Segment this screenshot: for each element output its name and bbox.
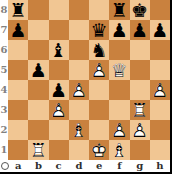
piece-fill: ♜ [8, 0, 28, 20]
square-e6[interactable]: ♞ [89, 40, 109, 60]
piece-outline: ♖ [28, 140, 48, 160]
file-labels: abcdefgh [0, 160, 170, 172]
square-h3[interactable] [150, 100, 170, 120]
piece-fill: ♟ [49, 80, 69, 100]
piece-white-pawn[interactable]: ♟♙ [130, 120, 150, 140]
square-h7[interactable]: ♟ [150, 20, 170, 40]
square-f8[interactable]: ♜ [109, 0, 129, 20]
square-a5[interactable] [8, 60, 28, 80]
square-c7[interactable] [49, 20, 69, 40]
square-d3[interactable] [69, 100, 89, 120]
piece-outline: ♗ [109, 140, 129, 160]
file-label-b: b [28, 161, 48, 171]
piece-outline: ♔ [89, 140, 109, 160]
square-f5[interactable]: ♛♕ [109, 60, 129, 80]
square-h6[interactable] [150, 40, 170, 60]
piece-white-pawn[interactable]: ♟♙ [109, 120, 129, 140]
square-a3[interactable] [8, 100, 28, 120]
piece-outline: ♙ [150, 80, 170, 100]
piece-black-rook[interactable]: ♜ [8, 0, 28, 20]
square-d5[interactable] [69, 60, 89, 80]
piece-white-pawn[interactable]: ♟♙ [69, 80, 89, 100]
square-c1[interactable] [49, 140, 69, 160]
piece-white-pawn[interactable]: ♟♙ [89, 60, 109, 80]
piece-black-rook[interactable]: ♜ [109, 0, 129, 20]
square-h4[interactable]: ♟♙ [150, 80, 170, 100]
piece-black-queen[interactable]: ♛ [89, 20, 109, 40]
square-d8[interactable] [69, 0, 89, 20]
square-g8[interactable]: ♚ [130, 0, 150, 20]
square-h1[interactable] [150, 140, 170, 160]
piece-fill: ♟ [8, 20, 28, 40]
square-h8[interactable] [150, 0, 170, 20]
square-f6[interactable] [109, 40, 129, 60]
piece-black-knight[interactable]: ♞ [89, 40, 109, 60]
piece-black-king[interactable]: ♚ [130, 0, 150, 20]
piece-outline: ♙ [69, 80, 89, 100]
square-f2[interactable]: ♟♙ [109, 120, 129, 140]
piece-outline: ♙ [89, 60, 109, 80]
square-d4[interactable]: ♟♙ [69, 80, 89, 100]
piece-fill: ♟ [150, 20, 170, 40]
square-a1[interactable] [8, 140, 28, 160]
piece-outline: ♙ [109, 120, 129, 140]
square-e5[interactable]: ♟♙ [89, 60, 109, 80]
square-c6[interactable]: ♝ [49, 40, 69, 60]
chess-board: ♜♜♚♟♛♟♟♟♝♞♟♟♙♛♕♟♟♙♟♙♟♙♜♖♝♗♟♙♟♙♜♖♚♔♝♗ [8, 0, 170, 160]
rank-labels: 87654321 [0, 0, 8, 160]
piece-outline: ♖ [130, 100, 150, 120]
square-b3[interactable] [28, 100, 48, 120]
rank-label-5: 5 [0, 60, 8, 80]
piece-white-queen[interactable]: ♛♕ [109, 60, 129, 80]
piece-black-pawn[interactable]: ♟ [150, 20, 170, 40]
piece-fill: ♚ [130, 0, 150, 20]
square-g7[interactable]: ♟ [130, 20, 150, 40]
piece-fill: ♞ [89, 40, 109, 60]
piece-white-pawn[interactable]: ♟♙ [150, 80, 170, 100]
file-label-d: d [69, 161, 89, 171]
square-e3[interactable] [89, 100, 109, 120]
piece-black-bishop[interactable]: ♝ [49, 40, 69, 60]
file-label-h: h [150, 161, 170, 171]
square-a6[interactable] [8, 40, 28, 60]
rank-label-8: 8 [0, 0, 8, 20]
piece-black-pawn[interactable]: ♟ [130, 20, 150, 40]
square-c4[interactable]: ♟ [49, 80, 69, 100]
piece-white-bishop[interactable]: ♝♗ [69, 120, 89, 140]
piece-white-rook[interactable]: ♜♖ [130, 100, 150, 120]
square-c3[interactable]: ♟♙ [49, 100, 69, 120]
piece-white-bishop[interactable]: ♝♗ [109, 140, 129, 160]
square-e2[interactable] [89, 120, 109, 140]
rank-label-3: 3 [0, 100, 8, 120]
square-f4[interactable] [109, 80, 129, 100]
piece-fill: ♟ [28, 60, 48, 80]
square-h5[interactable] [150, 60, 170, 80]
piece-fill: ♝ [49, 40, 69, 60]
square-c2[interactable] [49, 120, 69, 140]
piece-white-king[interactable]: ♚♔ [89, 140, 109, 160]
rank-label-6: 6 [0, 40, 8, 60]
piece-black-pawn[interactable]: ♟ [49, 80, 69, 100]
square-a7[interactable]: ♟ [8, 20, 28, 40]
piece-fill: ♟ [109, 20, 129, 40]
square-c5[interactable] [49, 60, 69, 80]
file-label-a: a [8, 161, 28, 171]
square-e4[interactable] [89, 80, 109, 100]
square-g4[interactable] [130, 80, 150, 100]
square-f3[interactable] [109, 100, 129, 120]
square-h2[interactable] [150, 120, 170, 140]
piece-white-pawn[interactable]: ♟♙ [49, 100, 69, 120]
square-e1[interactable]: ♚♔ [89, 140, 109, 160]
square-d7[interactable] [69, 20, 89, 40]
square-g2[interactable]: ♟♙ [130, 120, 150, 140]
square-d6[interactable] [69, 40, 89, 60]
square-b7[interactable] [28, 20, 48, 40]
rank-label-7: 7 [0, 20, 8, 40]
square-d2[interactable]: ♝♗ [69, 120, 89, 140]
piece-fill: ♟ [130, 20, 150, 40]
chess-diagram: 87654321 ♜♜♚♟♛♟♟♟♝♞♟♟♙♛♕♟♟♙♟♙♟♙♜♖♝♗♟♙♟♙♜… [0, 0, 172, 174]
square-b1[interactable]: ♜♖ [28, 140, 48, 160]
piece-black-pawn[interactable]: ♟ [8, 20, 28, 40]
square-e8[interactable] [89, 0, 109, 20]
square-b8[interactable] [28, 0, 48, 20]
square-b5[interactable]: ♟ [28, 60, 48, 80]
square-g1[interactable] [130, 140, 150, 160]
square-e7[interactable]: ♛ [89, 20, 109, 40]
square-a2[interactable] [8, 120, 28, 140]
file-label-c: c [49, 161, 69, 171]
piece-black-pawn[interactable]: ♟ [109, 20, 129, 40]
file-label-g: g [130, 161, 150, 171]
square-f1[interactable]: ♝♗ [109, 140, 129, 160]
rank-label-2: 2 [0, 120, 8, 140]
piece-outline: ♕ [109, 60, 129, 80]
square-c8[interactable] [49, 0, 69, 20]
piece-black-pawn[interactable]: ♟ [28, 60, 48, 80]
file-label-f: f [109, 161, 129, 171]
rank-label-4: 4 [0, 80, 8, 100]
square-a4[interactable] [8, 80, 28, 100]
piece-outline: ♗ [69, 120, 89, 140]
rank-label-1: 1 [0, 140, 8, 160]
square-g5[interactable] [130, 60, 150, 80]
square-g6[interactable] [130, 40, 150, 60]
file-label-e: e [89, 161, 109, 171]
square-b4[interactable] [28, 80, 48, 100]
piece-outline: ♙ [130, 120, 150, 140]
piece-outline: ♙ [49, 100, 69, 120]
square-d1[interactable] [69, 140, 89, 160]
square-b6[interactable] [28, 40, 48, 60]
piece-fill: ♛ [89, 20, 109, 40]
square-f7[interactable]: ♟ [109, 20, 129, 40]
square-a8[interactable]: ♜ [8, 0, 28, 20]
square-b2[interactable] [28, 120, 48, 140]
piece-fill: ♜ [109, 0, 129, 20]
square-g3[interactable]: ♜♖ [130, 100, 150, 120]
piece-white-rook[interactable]: ♜♖ [28, 140, 48, 160]
